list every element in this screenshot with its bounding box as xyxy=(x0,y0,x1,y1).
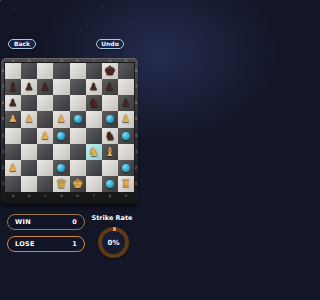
white-rook-h1[interactable]: ♜ xyxy=(118,178,134,189)
square-d8[interactable] xyxy=(53,63,69,79)
square-c2[interactable] xyxy=(37,160,53,176)
square-g2[interactable] xyxy=(102,160,118,176)
win-stat-box: WIN 0 xyxy=(7,214,85,230)
file-labels-bottom: abcdefgh xyxy=(5,194,134,198)
strike-rate-label: Strike Rate xyxy=(88,214,136,222)
square-a3[interactable] xyxy=(5,144,21,160)
square-f6[interactable]: ♞ xyxy=(86,95,102,111)
square-d6[interactable] xyxy=(53,95,69,111)
square-b7[interactable]: ♟ xyxy=(21,79,37,95)
square-f3[interactable]: ♞ xyxy=(86,144,102,160)
square-f2[interactable] xyxy=(86,160,102,176)
strike-rate-ring: 0% xyxy=(98,227,129,258)
strike-rate-value: 0% xyxy=(102,231,125,254)
square-a1[interactable] xyxy=(5,176,21,192)
square-b5[interactable]: ♟ xyxy=(21,111,37,127)
square-h8[interactable] xyxy=(118,63,134,79)
square-h3[interactable] xyxy=(118,144,134,160)
square-a6[interactable]: ♟ xyxy=(5,95,21,111)
square-c7[interactable]: ♟ xyxy=(37,79,53,95)
square-a5[interactable]: ♟ xyxy=(5,111,21,127)
black-knight-f6[interactable]: ♞ xyxy=(86,97,102,109)
white-king-e1[interactable]: ♚ xyxy=(70,177,86,190)
white-pawn-b5[interactable]: ♟ xyxy=(21,114,37,124)
square-d1[interactable]: ♛ xyxy=(53,176,69,192)
square-h1[interactable]: ♜ xyxy=(118,176,134,192)
square-h6[interactable]: ♟ xyxy=(118,95,134,111)
square-d7[interactable] xyxy=(53,79,69,95)
square-a4[interactable] xyxy=(5,128,21,144)
square-h7[interactable] xyxy=(118,79,134,95)
square-b3[interactable] xyxy=(21,144,37,160)
square-h4[interactable] xyxy=(118,128,134,144)
square-b8[interactable] xyxy=(21,63,37,79)
white-knight-f3[interactable]: ♞ xyxy=(86,145,102,157)
square-c1[interactable] xyxy=(37,176,53,192)
board-grid: ♚♝♟♟♟♟♟♞♟♟♟♟♟♟♞♞♝♟♛♚♜ xyxy=(5,63,134,192)
square-f5[interactable] xyxy=(86,111,102,127)
lose-label: LOSE xyxy=(15,240,35,248)
lose-value: 1 xyxy=(72,240,77,248)
white-pawn-a2[interactable]: ♟ xyxy=(5,162,21,172)
lose-stat-box: LOSE 1 xyxy=(7,236,85,252)
square-g5[interactable] xyxy=(102,111,118,127)
square-g4[interactable]: ♞ xyxy=(102,128,118,144)
square-f7[interactable]: ♟ xyxy=(86,79,102,95)
black-pawn-f7[interactable]: ♟ xyxy=(86,82,102,92)
square-d4[interactable] xyxy=(53,128,69,144)
square-b1[interactable] xyxy=(21,176,37,192)
move-hint-dot-h2[interactable] xyxy=(122,164,130,172)
square-g8[interactable]: ♚ xyxy=(102,63,118,79)
move-hint-dot-g1[interactable] xyxy=(106,180,114,188)
square-b6[interactable] xyxy=(21,95,37,111)
square-e1[interactable]: ♚ xyxy=(70,176,86,192)
white-pawn-h5[interactable]: ♟ xyxy=(118,114,134,124)
square-a8[interactable] xyxy=(5,63,21,79)
square-f1[interactable] xyxy=(86,176,102,192)
square-e4[interactable] xyxy=(70,128,86,144)
square-f4[interactable] xyxy=(86,128,102,144)
move-hint-dot-d2[interactable] xyxy=(57,164,65,172)
white-queen-d1[interactable]: ♛ xyxy=(53,177,69,190)
square-e7[interactable] xyxy=(70,79,86,95)
square-b4[interactable] xyxy=(21,128,37,144)
square-c5[interactable] xyxy=(37,111,53,127)
black-king-g8[interactable]: ♚ xyxy=(102,64,118,77)
black-pawn-g7[interactable]: ♟ xyxy=(102,82,118,92)
chess-board-frame: abcdefgh 87654321 87654321 ♚♝♟♟♟♟♟♞♟♟♟♟♟… xyxy=(1,58,138,204)
square-d5[interactable]: ♟ xyxy=(53,111,69,127)
square-h5[interactable]: ♟ xyxy=(118,111,134,127)
square-e2[interactable] xyxy=(70,160,86,176)
square-d2[interactable] xyxy=(53,160,69,176)
move-hint-dot-e5[interactable] xyxy=(74,115,82,123)
white-pawn-a5[interactable]: ♟ xyxy=(5,114,21,124)
rank-labels-right: 87654321 xyxy=(134,63,138,192)
square-f8[interactable] xyxy=(86,63,102,79)
square-g6[interactable] xyxy=(102,95,118,111)
white-pawn-c4[interactable]: ♟ xyxy=(37,130,53,140)
undo-button[interactable]: Undo xyxy=(96,39,124,49)
move-hint-dot-d4[interactable] xyxy=(57,132,65,140)
back-button[interactable]: Back xyxy=(8,39,36,49)
win-label: WIN xyxy=(15,218,31,226)
square-h2[interactable] xyxy=(118,160,134,176)
move-hint-dot-h4[interactable] xyxy=(122,132,130,140)
square-g7[interactable]: ♟ xyxy=(102,79,118,95)
black-bishop-a7[interactable]: ♝ xyxy=(5,81,21,93)
black-knight-g4[interactable]: ♞ xyxy=(102,129,118,141)
square-a7[interactable]: ♝ xyxy=(5,79,21,95)
white-bishop-g3[interactable]: ♝ xyxy=(102,145,118,157)
square-e5[interactable] xyxy=(70,111,86,127)
square-c6[interactable] xyxy=(37,95,53,111)
black-pawn-h6[interactable]: ♟ xyxy=(118,98,134,108)
square-b2[interactable] xyxy=(21,160,37,176)
white-pawn-d5[interactable]: ♟ xyxy=(53,114,69,124)
square-d3[interactable] xyxy=(53,144,69,160)
square-c8[interactable] xyxy=(37,63,53,79)
square-e6[interactable] xyxy=(70,95,86,111)
move-hint-dot-g5[interactable] xyxy=(106,115,114,123)
square-a2[interactable]: ♟ xyxy=(5,160,21,176)
black-pawn-b7[interactable]: ♟ xyxy=(21,82,37,92)
square-g1[interactable] xyxy=(102,176,118,192)
black-pawn-a6[interactable]: ♟ xyxy=(5,98,21,108)
square-g3[interactable]: ♝ xyxy=(102,144,118,160)
square-c4[interactable]: ♟ xyxy=(37,128,53,144)
black-pawn-c7[interactable]: ♟ xyxy=(37,82,53,92)
square-e3[interactable] xyxy=(70,144,86,160)
win-value: 0 xyxy=(72,218,77,226)
square-e8[interactable] xyxy=(70,63,86,79)
square-c3[interactable] xyxy=(37,144,53,160)
